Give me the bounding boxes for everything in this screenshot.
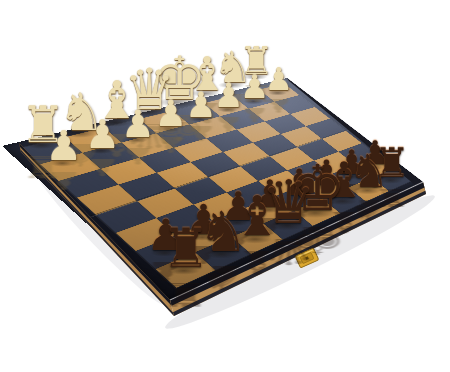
piece-white-pawn-d2[interactable]: ♟ bbox=[154, 96, 187, 132]
piece-white-pawn-e2[interactable]: ♟ bbox=[185, 87, 216, 122]
white-pawn-icon: ♟ bbox=[185, 84, 216, 125]
piece-white-pawn-c2[interactable]: ♟ bbox=[121, 105, 155, 143]
white-pawn-icon: ♟ bbox=[45, 122, 82, 170]
piece-white-pawn-f2[interactable]: ♟ bbox=[214, 79, 244, 113]
white-pawn-icon: ♟ bbox=[121, 101, 155, 145]
pieces-layer: ♜♜♞♞♝♝♛♛♚♚♝♝♞♞♜♜♟♟♟♟♟♟♟♟♟♟♟♟♟♟♟♟♟♟♟♟♟♟♟♟… bbox=[0, 0, 450, 372]
white-pawn-icon: ♟ bbox=[85, 111, 120, 157]
black-rook-icon: ♜ bbox=[162, 217, 210, 280]
piece-white-pawn-b2[interactable]: ♟ bbox=[85, 115, 120, 154]
piece-black-rook-a8[interactable]: ♜ bbox=[162, 222, 210, 276]
white-pawn-icon: ♟ bbox=[214, 76, 244, 115]
white-pawn-icon: ♟ bbox=[154, 92, 187, 135]
white-pawn-icon: ♟ bbox=[240, 69, 269, 107]
piece-white-pawn-g2[interactable]: ♟ bbox=[240, 72, 269, 105]
piece-white-pawn-a2[interactable]: ♟ bbox=[45, 126, 82, 167]
product-photo-scene: ♜♜♞♞♝♝♛♛♚♚♝♝♞♞♜♜♟♟♟♟♟♟♟♟♟♟♟♟♟♟♟♟♟♟♟♟♟♟♟♟… bbox=[0, 0, 450, 372]
